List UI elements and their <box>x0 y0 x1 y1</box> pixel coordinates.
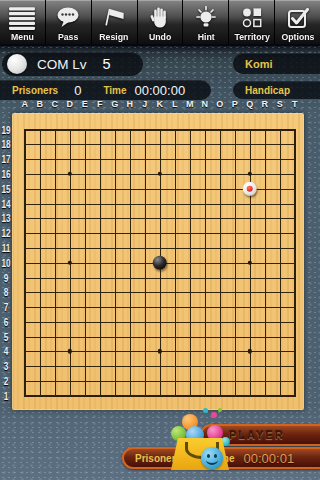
column-label-T: T <box>292 99 298 109</box>
row-label-16: 16 <box>1 169 10 180</box>
row-label-3: 3 <box>4 361 9 372</box>
row-label-15: 15 <box>1 183 10 194</box>
player-time-value: 00:00:01 <box>244 451 295 466</box>
com-level-value: 5 <box>103 56 111 72</box>
column-label-K: K <box>156 99 163 109</box>
row-label-12: 12 <box>1 228 10 239</box>
grid-line-vertical <box>265 130 266 396</box>
board-row-labels: 19181716151413121110987654321 <box>0 113 12 410</box>
blue-smiley-icon <box>201 447 223 469</box>
hint-button-label: Hint <box>197 31 214 42</box>
grid-line-vertical <box>220 130 221 396</box>
row-label-6: 6 <box>4 316 9 327</box>
row-label-9: 9 <box>4 272 9 283</box>
column-label-H: H <box>126 99 133 109</box>
komi-label: Komi <box>245 58 273 70</box>
white-stone-icon <box>7 54 27 74</box>
menu-icon <box>9 5 35 31</box>
handicap-pill: Handicap --- <box>233 81 320 99</box>
grid-line-horizontal <box>25 307 295 308</box>
opponent-info-pill: COM Lv 5 <box>2 52 143 76</box>
grid-line-vertical <box>190 130 191 396</box>
column-label-D: D <box>66 99 73 109</box>
board-column-labels: ABCDEFGHJKLMNOPQRST <box>12 99 304 111</box>
column-label-J: J <box>142 99 147 109</box>
grid-line-vertical <box>175 130 176 396</box>
column-label-Q: Q <box>246 99 253 109</box>
lightbulb-icon <box>193 5 219 31</box>
grid-line-horizontal <box>25 381 295 382</box>
row-label-10: 10 <box>1 257 10 268</box>
row-label-13: 13 <box>1 213 10 224</box>
hint-button[interactable]: Hint <box>182 0 228 44</box>
column-label-L: L <box>172 99 178 109</box>
column-label-B: B <box>36 99 43 109</box>
shapes-icon <box>239 5 265 31</box>
territory-button-label: Territory <box>234 31 269 42</box>
grid-line-horizontal <box>25 366 295 367</box>
magenta-dot-icon <box>211 412 217 418</box>
options-button-label: Options <box>281 31 314 42</box>
com-level-label: COM Lv <box>37 57 87 72</box>
last-move-marker <box>247 186 253 192</box>
hand-icon <box>147 5 173 31</box>
resign-button-label: Resign <box>100 31 129 42</box>
pass-button[interactable]: Pass <box>45 0 91 44</box>
row-label-8: 8 <box>4 287 9 298</box>
handicap-label: Handicap <box>245 85 290 96</box>
grid-line-horizontal <box>25 278 295 279</box>
opponent-prisoners-label: Prisoners <box>12 85 58 96</box>
options-button[interactable]: Options <box>274 0 320 44</box>
opponent-time-label: Time <box>103 85 126 96</box>
column-label-S: S <box>277 99 283 109</box>
goban[interactable] <box>12 113 304 410</box>
checkbox-icon <box>285 5 311 31</box>
row-label-2: 2 <box>4 375 9 386</box>
komi-pill: Komi 6.5 <box>233 53 320 74</box>
column-label-P: P <box>232 99 238 109</box>
column-label-F: F <box>97 99 103 109</box>
speech-bubble-icon <box>55 5 81 31</box>
toolbar: Menu Pass Resign Undo Hint Territory O <box>0 0 320 46</box>
menu-button-label: Menu <box>11 31 34 42</box>
row-label-17: 17 <box>1 154 10 165</box>
go-app-screen: { "game": "Go (Baduk), 19x19", "position… <box>0 0 320 480</box>
flag-icon <box>101 5 127 31</box>
column-label-R: R <box>261 99 268 109</box>
row-label-18: 18 <box>1 139 10 150</box>
column-label-G: G <box>111 99 118 109</box>
pass-button-label: Pass <box>58 31 78 42</box>
shop-bag-icon[interactable] <box>168 406 234 474</box>
teal-dot-icon <box>203 408 208 413</box>
territory-button[interactable]: Territory <box>228 0 274 44</box>
undo-button-label: Undo <box>149 31 171 42</box>
row-label-1: 1 <box>4 390 9 401</box>
stone-black-K10 <box>152 255 167 270</box>
row-label-4: 4 <box>4 346 9 357</box>
row-label-19: 19 <box>1 124 10 135</box>
green-dot-icon <box>218 408 222 412</box>
stone-white-Q15 <box>242 182 257 197</box>
row-label-14: 14 <box>1 198 10 209</box>
resign-button[interactable]: Resign <box>91 0 137 44</box>
row-label-11: 11 <box>2 242 11 253</box>
column-label-C: C <box>51 99 58 109</box>
grid-line-vertical <box>235 130 236 396</box>
opponent-prisoners-value: 0 <box>74 83 81 98</box>
row-label-7: 7 <box>4 302 9 313</box>
column-label-N: N <box>201 99 208 109</box>
undo-button[interactable]: Undo <box>137 0 183 44</box>
column-label-M: M <box>186 99 194 109</box>
grid-line-horizontal <box>25 337 295 338</box>
grid-line-vertical <box>280 130 281 396</box>
opponent-time-value: 00:00:00 <box>135 83 186 98</box>
grid-line-horizontal <box>25 292 295 293</box>
row-label-5: 5 <box>4 331 9 342</box>
column-label-O: O <box>216 99 223 109</box>
column-label-A: A <box>21 99 28 109</box>
opponent-stats-pill: Prisoners 0 Time 00:00:00 <box>0 80 211 100</box>
menu-button[interactable]: Menu <box>0 0 45 44</box>
player-name: PLAYER <box>229 429 285 441</box>
grid-line-vertical <box>205 130 206 396</box>
column-label-E: E <box>82 99 88 109</box>
grid-line-horizontal <box>25 322 295 323</box>
